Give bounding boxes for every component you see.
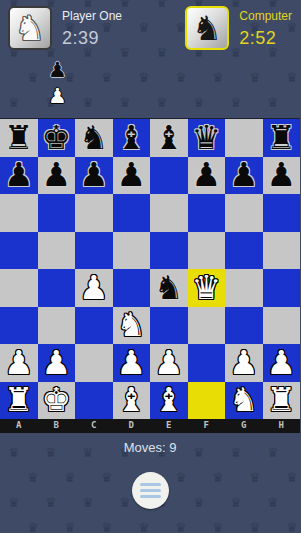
- square-a8[interactable]: ♜: [0, 119, 38, 157]
- square-e7[interactable]: [150, 157, 188, 195]
- menu-button[interactable]: [132, 472, 169, 509]
- black-knight-icon: ♞: [192, 11, 222, 45]
- square-h2[interactable]: ♟: [263, 344, 301, 382]
- square-a4[interactable]: [0, 269, 38, 307]
- piece-black-queen: ♛: [191, 120, 221, 156]
- piece-black-knight: ♞: [154, 270, 184, 306]
- piece-white-king: ♚: [41, 382, 71, 418]
- file-label-e: E: [150, 418, 188, 433]
- square-d1[interactable]: ♝: [113, 382, 151, 420]
- square-a5[interactable]: [0, 232, 38, 270]
- square-f8[interactable]: ♛: [188, 119, 226, 157]
- square-e5[interactable]: [150, 232, 188, 270]
- player-one-avatar: ♞: [8, 6, 52, 50]
- player-one-name: Player One: [62, 9, 122, 23]
- square-g2[interactable]: ♟: [225, 344, 263, 382]
- piece-black-rook: ♜: [266, 120, 296, 156]
- piece-white-pawn: ♟: [116, 345, 146, 381]
- square-c7[interactable]: ♟: [75, 157, 113, 195]
- captured-pieces-area: ♟ ♟: [48, 57, 300, 109]
- square-e3[interactable]: [150, 307, 188, 345]
- square-g4[interactable]: [225, 269, 263, 307]
- square-c2[interactable]: [75, 344, 113, 382]
- square-c8[interactable]: ♞: [75, 119, 113, 157]
- square-g3[interactable]: [225, 307, 263, 345]
- piece-white-knight: ♞: [116, 307, 146, 343]
- computer-name: Computer: [239, 9, 292, 23]
- square-f6[interactable]: [188, 194, 226, 232]
- file-labels: ABCDEFGH: [0, 418, 300, 433]
- captured-by-computer: ♟: [48, 83, 300, 109]
- square-b4[interactable]: [38, 269, 76, 307]
- piece-black-pawn: ♟: [4, 157, 34, 193]
- captured-white-pawn: ♟: [48, 85, 67, 107]
- header: ♞ Player One 2:39 ♞ Computer 2:52: [0, 0, 300, 52]
- piece-white-pawn: ♟: [229, 345, 259, 381]
- square-a1[interactable]: ♜: [0, 382, 38, 420]
- square-a7[interactable]: ♟: [0, 157, 38, 195]
- moves-counter: Moves: 9: [0, 440, 300, 455]
- piece-black-bishop: ♝: [116, 120, 146, 156]
- piece-black-pawn: ♟: [191, 157, 221, 193]
- piece-black-pawn: ♟: [79, 157, 109, 193]
- square-e4[interactable]: ♞: [150, 269, 188, 307]
- square-b3[interactable]: [38, 307, 76, 345]
- square-b5[interactable]: [38, 232, 76, 270]
- square-h8[interactable]: ♜: [263, 119, 301, 157]
- square-b7[interactable]: ♟: [38, 157, 76, 195]
- file-label-a: A: [0, 418, 38, 433]
- piece-white-pawn: ♟: [4, 345, 34, 381]
- square-d6[interactable]: [113, 194, 151, 232]
- square-f2[interactable]: [188, 344, 226, 382]
- chess-app-screen: ♛♛♛♛♛♛♛♛♛♛♛♛♛♛♛♛♛♛♛♛♛♛♛♛♛♛♛♛♛♛♛♛♛♛♛♛♛♛♛♛…: [0, 0, 300, 533]
- square-e8[interactable]: ♝: [150, 119, 188, 157]
- piece-black-pawn: ♟: [116, 157, 146, 193]
- square-a2[interactable]: ♟: [0, 344, 38, 382]
- computer-avatar: ♞: [185, 6, 229, 50]
- square-d4[interactable]: [113, 269, 151, 307]
- piece-white-bishop: ♝: [116, 382, 146, 418]
- square-d7[interactable]: ♟: [113, 157, 151, 195]
- square-c6[interactable]: [75, 194, 113, 232]
- piece-black-rook: ♜: [4, 120, 34, 156]
- square-c5[interactable]: [75, 232, 113, 270]
- square-c1[interactable]: [75, 382, 113, 420]
- square-f5[interactable]: [188, 232, 226, 270]
- square-b6[interactable]: [38, 194, 76, 232]
- square-h4[interactable]: [263, 269, 301, 307]
- square-c4[interactable]: ♟: [75, 269, 113, 307]
- white-knight-icon: ♞: [15, 11, 45, 45]
- square-g5[interactable]: [225, 232, 263, 270]
- piece-white-queen: ♛: [191, 270, 221, 306]
- square-e6[interactable]: [150, 194, 188, 232]
- piece-white-bishop: ♝: [154, 382, 184, 418]
- square-g7[interactable]: ♟: [225, 157, 263, 195]
- square-h6[interactable]: [263, 194, 301, 232]
- square-b2[interactable]: ♟: [38, 344, 76, 382]
- square-d8[interactable]: ♝: [113, 119, 151, 157]
- file-label-d: D: [113, 418, 151, 433]
- square-d2[interactable]: ♟: [113, 344, 151, 382]
- piece-black-pawn: ♟: [229, 157, 259, 193]
- player-white-panel: ♞ Player One 2:39: [8, 6, 122, 52]
- menu-lines-icon: [140, 483, 161, 498]
- piece-white-rook: ♜: [266, 382, 296, 418]
- square-a3[interactable]: [0, 307, 38, 345]
- square-f7[interactable]: ♟: [188, 157, 226, 195]
- piece-white-pawn: ♟: [266, 345, 296, 381]
- square-c3[interactable]: [75, 307, 113, 345]
- player-one-clock: 2:39: [62, 28, 122, 49]
- square-h3[interactable]: [263, 307, 301, 345]
- square-h1[interactable]: ♜: [263, 382, 301, 420]
- piece-black-king: ♚: [41, 120, 71, 156]
- square-f4[interactable]: ♛: [188, 269, 226, 307]
- square-e2[interactable]: ♟: [150, 344, 188, 382]
- square-f3[interactable]: [188, 307, 226, 345]
- square-d5[interactable]: [113, 232, 151, 270]
- square-g6[interactable]: [225, 194, 263, 232]
- file-label-h: H: [263, 418, 301, 433]
- file-label-c: C: [75, 418, 113, 433]
- square-h7[interactable]: ♟: [263, 157, 301, 195]
- square-a6[interactable]: [0, 194, 38, 232]
- chess-board: ♜♚♞♝♝♛♜♟♟♟♟♟♟♟♟♞♛♞♟♟♟♟♟♟♜♚♝♝♞♜: [0, 118, 300, 418]
- square-g8[interactable]: [225, 119, 263, 157]
- square-h5[interactable]: [263, 232, 301, 270]
- captured-black-pawn: ♟: [48, 59, 67, 81]
- file-label-f: F: [188, 418, 226, 433]
- piece-white-pawn: ♟: [154, 345, 184, 381]
- player-black-panel: ♞ Computer 2:52: [185, 6, 292, 52]
- square-b8[interactable]: ♚: [38, 119, 76, 157]
- file-label-b: B: [38, 418, 76, 433]
- piece-white-knight: ♞: [229, 382, 259, 418]
- piece-black-bishop: ♝: [154, 120, 184, 156]
- piece-white-pawn: ♟: [41, 345, 71, 381]
- square-d3[interactable]: ♞: [113, 307, 151, 345]
- piece-black-pawn: ♟: [41, 157, 71, 193]
- computer-clock: 2:52: [239, 28, 292, 49]
- square-e1[interactable]: ♝: [150, 382, 188, 420]
- square-b1[interactable]: ♚: [38, 382, 76, 420]
- square-f1[interactable]: [188, 382, 226, 420]
- piece-white-rook: ♜: [4, 382, 34, 418]
- piece-white-pawn: ♟: [79, 270, 109, 306]
- piece-black-knight: ♞: [79, 120, 109, 156]
- file-label-g: G: [225, 418, 263, 433]
- captured-by-player-one: ♟: [48, 57, 300, 83]
- square-g1[interactable]: ♞: [225, 382, 263, 420]
- piece-black-pawn: ♟: [266, 157, 296, 193]
